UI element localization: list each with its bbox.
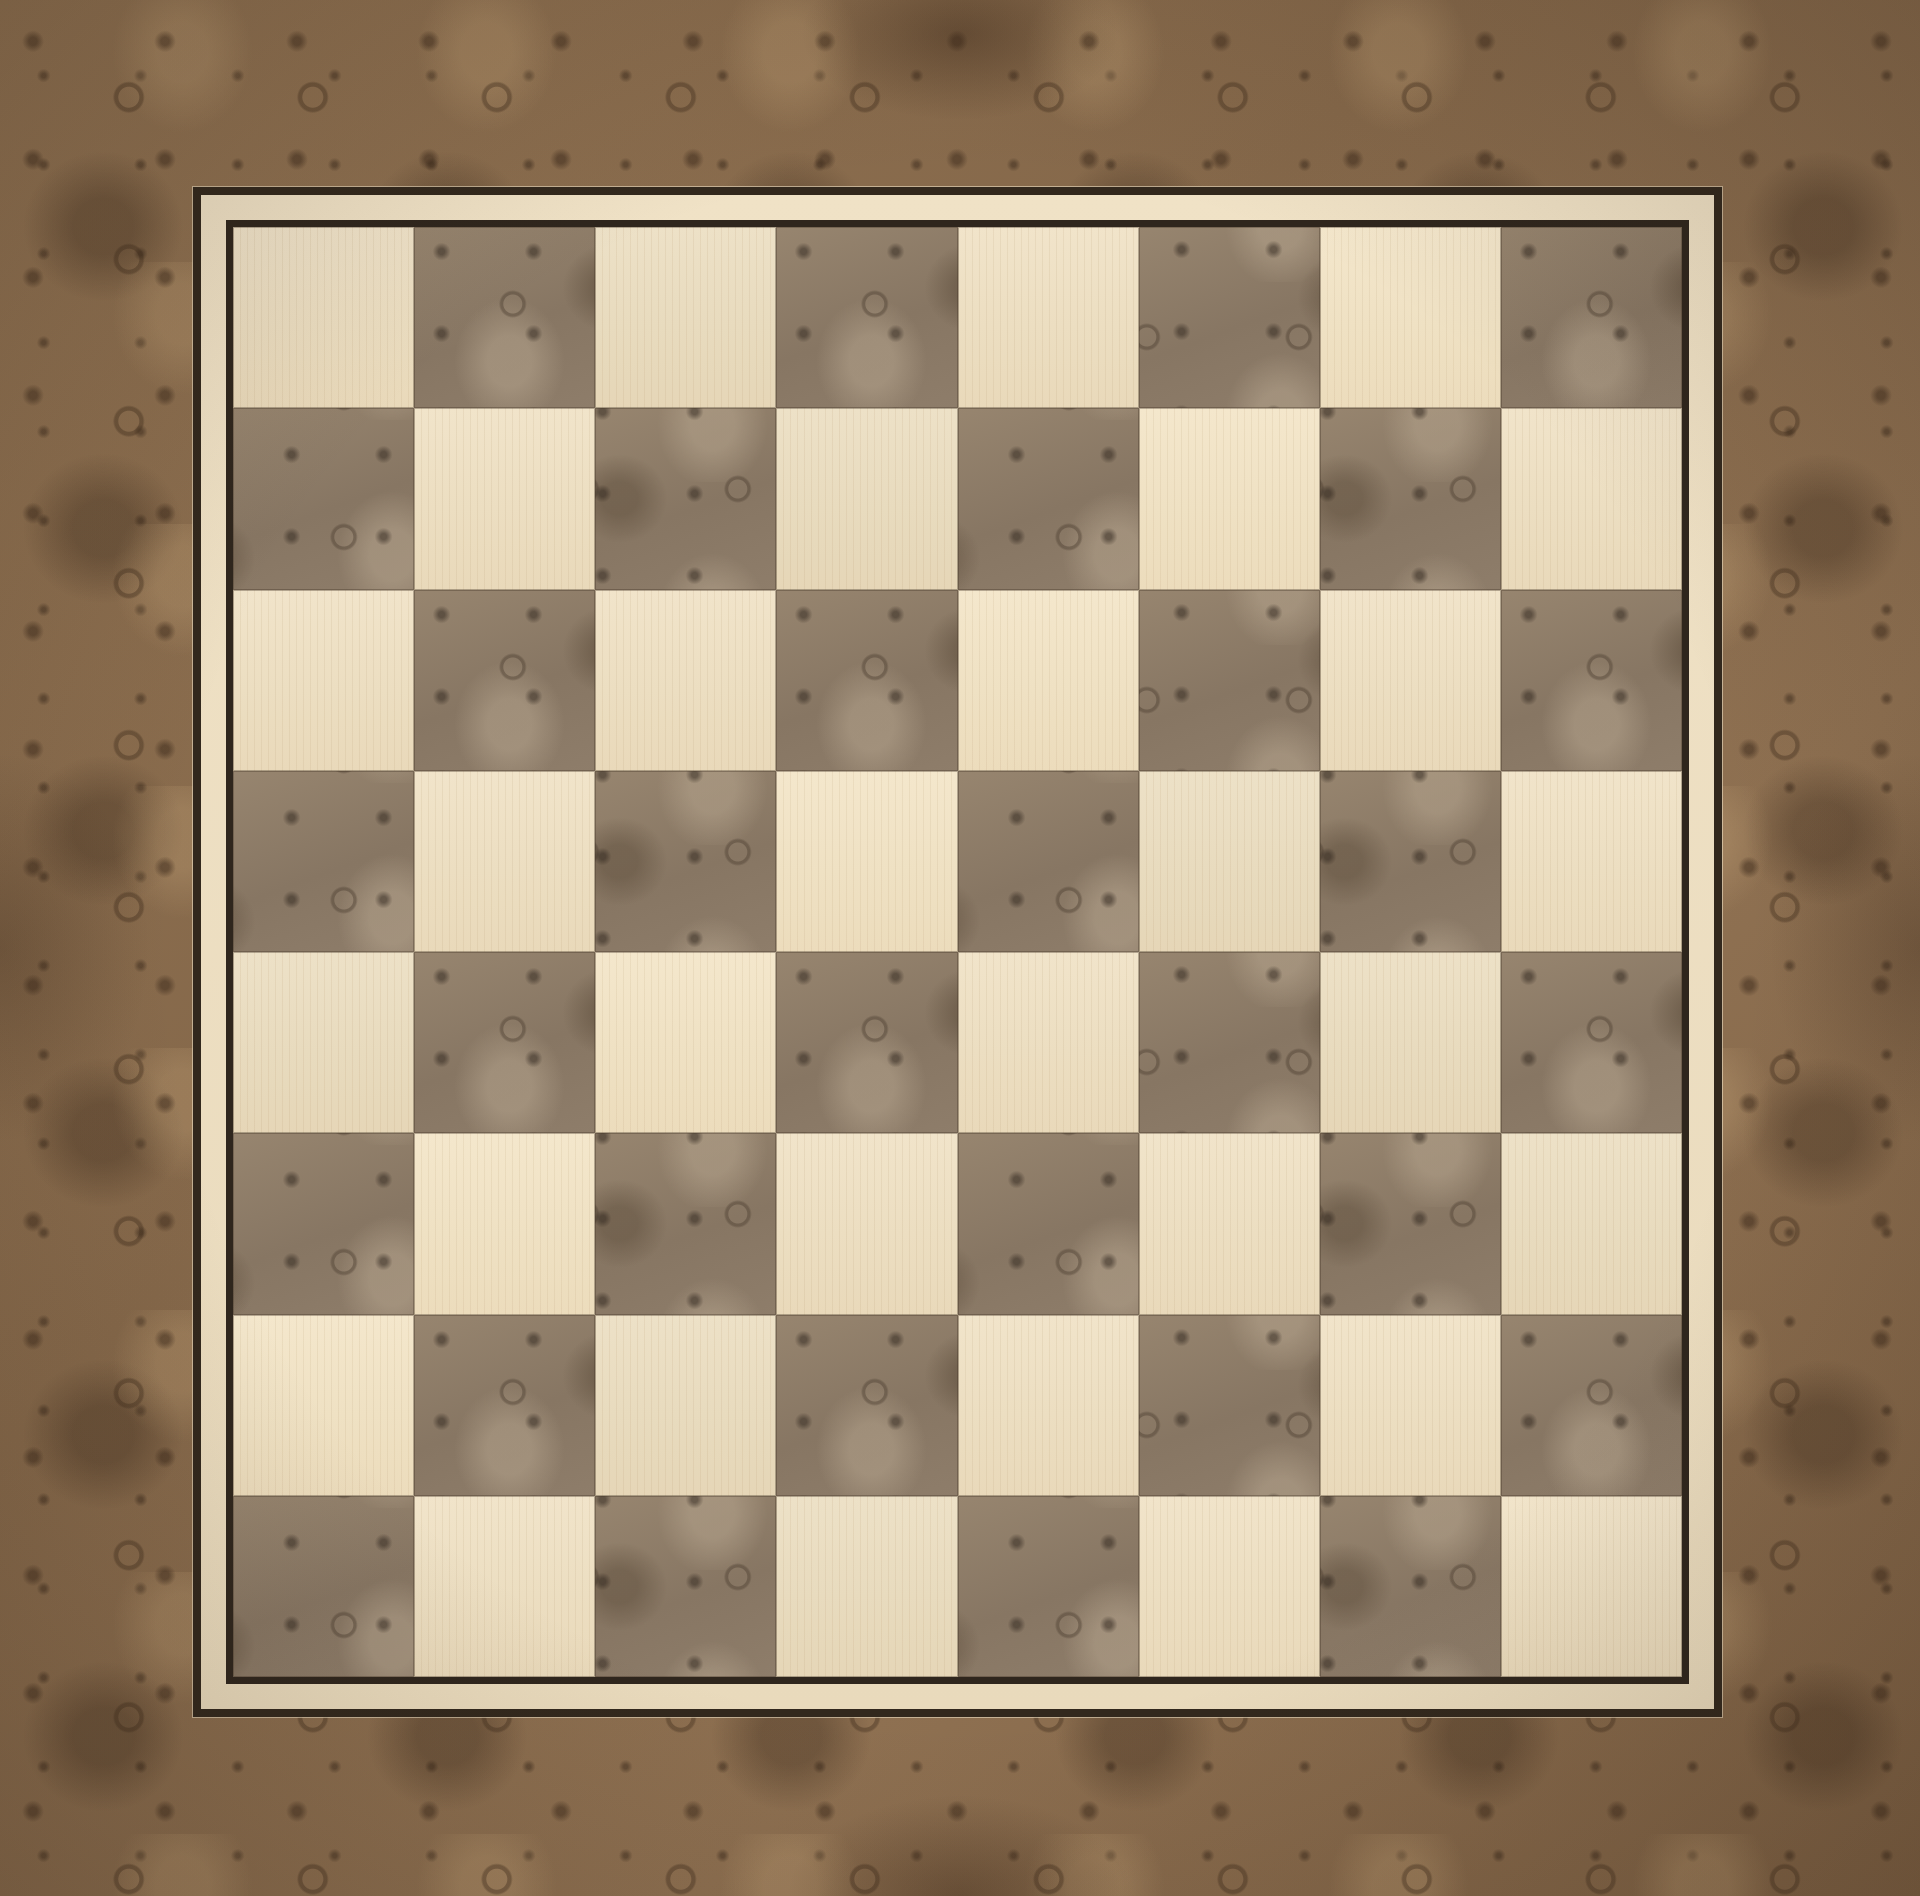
square-h7[interactable] <box>1501 408 1682 589</box>
square-c4[interactable] <box>595 952 776 1133</box>
square-e6[interactable] <box>958 590 1139 771</box>
square-d7[interactable] <box>776 408 957 589</box>
square-c3[interactable] <box>595 1133 776 1314</box>
square-b8[interactable] <box>414 227 595 408</box>
square-c7[interactable] <box>595 408 776 589</box>
square-a7[interactable] <box>233 408 414 589</box>
square-c1[interactable] <box>595 1496 776 1677</box>
square-f5[interactable] <box>1139 771 1320 952</box>
square-g2[interactable] <box>1320 1315 1501 1496</box>
square-d8[interactable] <box>776 227 957 408</box>
square-c5[interactable] <box>595 771 776 952</box>
square-g3[interactable] <box>1320 1133 1501 1314</box>
square-b1[interactable] <box>414 1496 595 1677</box>
square-d1[interactable] <box>776 1496 957 1677</box>
square-f2[interactable] <box>1139 1315 1320 1496</box>
square-g4[interactable] <box>1320 952 1501 1133</box>
square-g8[interactable] <box>1320 227 1501 408</box>
square-e4[interactable] <box>958 952 1139 1133</box>
square-d5[interactable] <box>776 771 957 952</box>
square-f3[interactable] <box>1139 1133 1320 1314</box>
square-e2[interactable] <box>958 1315 1139 1496</box>
square-g7[interactable] <box>1320 408 1501 589</box>
square-g6[interactable] <box>1320 590 1501 771</box>
board-photo <box>0 0 1920 1896</box>
square-b2[interactable] <box>414 1315 595 1496</box>
square-h5[interactable] <box>1501 771 1682 952</box>
inner-inlay-line <box>226 220 1689 1684</box>
square-h1[interactable] <box>1501 1496 1682 1677</box>
square-a6[interactable] <box>233 590 414 771</box>
square-b4[interactable] <box>414 952 595 1133</box>
square-f1[interactable] <box>1139 1496 1320 1677</box>
square-f4[interactable] <box>1139 952 1320 1133</box>
square-c8[interactable] <box>595 227 776 408</box>
square-d3[interactable] <box>776 1133 957 1314</box>
square-d2[interactable] <box>776 1315 957 1496</box>
square-h4[interactable] <box>1501 952 1682 1133</box>
square-f6[interactable] <box>1139 590 1320 771</box>
square-e3[interactable] <box>958 1133 1139 1314</box>
square-d4[interactable] <box>776 952 957 1133</box>
square-a3[interactable] <box>233 1133 414 1314</box>
square-e1[interactable] <box>958 1496 1139 1677</box>
square-e5[interactable] <box>958 771 1139 952</box>
square-h3[interactable] <box>1501 1133 1682 1314</box>
square-g1[interactable] <box>1320 1496 1501 1677</box>
square-f8[interactable] <box>1139 227 1320 408</box>
square-h6[interactable] <box>1501 590 1682 771</box>
square-b7[interactable] <box>414 408 595 589</box>
square-g5[interactable] <box>1320 771 1501 952</box>
square-d6[interactable] <box>776 590 957 771</box>
square-a2[interactable] <box>233 1315 414 1496</box>
square-h8[interactable] <box>1501 227 1682 408</box>
square-e8[interactable] <box>958 227 1139 408</box>
square-f7[interactable] <box>1139 408 1320 589</box>
square-a5[interactable] <box>233 771 414 952</box>
square-b6[interactable] <box>414 590 595 771</box>
square-h2[interactable] <box>1501 1315 1682 1496</box>
square-b5[interactable] <box>414 771 595 952</box>
square-c2[interactable] <box>595 1315 776 1496</box>
square-a8[interactable] <box>233 227 414 408</box>
square-a4[interactable] <box>233 952 414 1133</box>
square-b3[interactable] <box>414 1133 595 1314</box>
square-e7[interactable] <box>958 408 1139 589</box>
square-a1[interactable] <box>233 1496 414 1677</box>
square-c6[interactable] <box>595 590 776 771</box>
chess-board <box>233 227 1682 1677</box>
outer-inlay-line <box>193 187 1722 1717</box>
